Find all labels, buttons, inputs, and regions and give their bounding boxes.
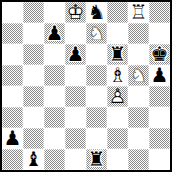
- square-a4[interactable]: [2, 86, 23, 107]
- chess-diagram: ♚♔♞♜♖♟♞♘♟♜♚♝♗♞♘♟♟♙♟♝♜: [0, 0, 172, 172]
- square-g5[interactable]: ♞♘: [128, 65, 149, 86]
- square-d3[interactable]: [65, 107, 86, 128]
- square-b5[interactable]: [23, 65, 44, 86]
- black-pawn-icon: ♟: [2, 128, 23, 149]
- white-king-icon: ♚♔: [65, 2, 86, 23]
- square-e3[interactable]: [86, 107, 107, 128]
- square-h2[interactable]: [149, 128, 170, 149]
- square-a8[interactable]: [2, 2, 23, 23]
- square-c6[interactable]: [44, 44, 65, 65]
- square-h7[interactable]: [149, 23, 170, 44]
- square-b1[interactable]: ♝: [23, 149, 44, 170]
- square-c7[interactable]: ♟: [44, 23, 65, 44]
- square-c2[interactable]: [44, 128, 65, 149]
- square-f8[interactable]: [107, 2, 128, 23]
- square-d5[interactable]: [65, 65, 86, 86]
- square-g2[interactable]: [128, 128, 149, 149]
- square-h1[interactable]: [149, 149, 170, 170]
- square-h5[interactable]: ♟: [149, 65, 170, 86]
- square-b8[interactable]: [23, 2, 44, 23]
- square-f3[interactable]: [107, 107, 128, 128]
- square-f2[interactable]: [107, 128, 128, 149]
- square-d2[interactable]: [65, 128, 86, 149]
- square-d7[interactable]: [65, 23, 86, 44]
- square-g3[interactable]: [128, 107, 149, 128]
- square-a7[interactable]: [2, 23, 23, 44]
- square-g6[interactable]: [128, 44, 149, 65]
- square-e5[interactable]: [86, 65, 107, 86]
- square-d8[interactable]: ♚♔: [65, 2, 86, 23]
- square-f4[interactable]: ♟♙: [107, 86, 128, 107]
- chess-board: ♚♔♞♜♖♟♞♘♟♜♚♝♗♞♘♟♟♙♟♝♜: [0, 0, 172, 172]
- square-b4[interactable]: [23, 86, 44, 107]
- square-f5[interactable]: ♝♗: [107, 65, 128, 86]
- square-d6[interactable]: ♟: [65, 44, 86, 65]
- square-f1[interactable]: [107, 149, 128, 170]
- square-f6[interactable]: ♜: [107, 44, 128, 65]
- black-king-icon: ♚: [149, 44, 170, 65]
- square-g4[interactable]: [128, 86, 149, 107]
- white-bishop-icon: ♝♗: [107, 65, 128, 86]
- square-e7[interactable]: ♞♘: [86, 23, 107, 44]
- square-e8[interactable]: ♞: [86, 2, 107, 23]
- square-h3[interactable]: [149, 107, 170, 128]
- square-c1[interactable]: [44, 149, 65, 170]
- square-a1[interactable]: [2, 149, 23, 170]
- black-rook-icon: ♜: [86, 149, 107, 170]
- square-b7[interactable]: [23, 23, 44, 44]
- square-d4[interactable]: [65, 86, 86, 107]
- square-c4[interactable]: [44, 86, 65, 107]
- square-a5[interactable]: [2, 65, 23, 86]
- square-h8[interactable]: [149, 2, 170, 23]
- square-b3[interactable]: [23, 107, 44, 128]
- black-bishop-icon: ♝: [23, 149, 44, 170]
- square-h6[interactable]: ♚: [149, 44, 170, 65]
- square-c3[interactable]: [44, 107, 65, 128]
- square-e4[interactable]: [86, 86, 107, 107]
- square-g8[interactable]: ♜♖: [128, 2, 149, 23]
- white-knight-icon: ♞♘: [86, 23, 107, 44]
- square-e1[interactable]: ♜: [86, 149, 107, 170]
- white-rook-icon: ♜♖: [128, 2, 149, 23]
- black-rook-icon: ♜: [107, 44, 128, 65]
- black-pawn-icon: ♟: [149, 65, 170, 86]
- square-b2[interactable]: [23, 128, 44, 149]
- square-a6[interactable]: [2, 44, 23, 65]
- square-f7[interactable]: [107, 23, 128, 44]
- black-pawn-icon: ♟: [65, 44, 86, 65]
- square-b6[interactable]: [23, 44, 44, 65]
- square-a2[interactable]: ♟: [2, 128, 23, 149]
- white-pawn-icon: ♟♙: [107, 86, 128, 107]
- black-pawn-icon: ♟: [44, 23, 65, 44]
- square-e6[interactable]: [86, 44, 107, 65]
- square-a3[interactable]: [2, 107, 23, 128]
- square-h4[interactable]: [149, 86, 170, 107]
- black-knight-icon: ♞: [86, 2, 107, 23]
- square-c8[interactable]: [44, 2, 65, 23]
- square-c5[interactable]: [44, 65, 65, 86]
- square-d1[interactable]: [65, 149, 86, 170]
- square-e2[interactable]: [86, 128, 107, 149]
- square-g1[interactable]: [128, 149, 149, 170]
- white-knight-icon: ♞♘: [128, 65, 149, 86]
- square-g7[interactable]: [128, 23, 149, 44]
